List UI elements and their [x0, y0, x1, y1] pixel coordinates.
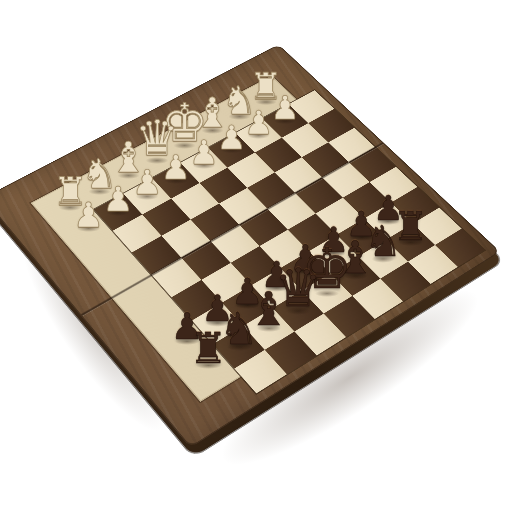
chess-set-photo: Folding walnut wooden chess set, angled …	[0, 0, 512, 512]
board-frame	[0, 44, 500, 447]
chess-board	[0, 16, 512, 492]
board-squares	[94, 90, 484, 393]
board-inner-border	[31, 76, 451, 402]
